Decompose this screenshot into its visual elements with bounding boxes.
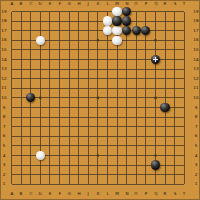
row-label-right-3: 3 — [194, 163, 197, 167]
col-label-top-g: G — [67, 2, 70, 6]
row-label-left-16: 16 — [1, 38, 6, 42]
row-label-right-13: 13 — [193, 67, 198, 71]
row-label-right-18: 18 — [193, 19, 198, 23]
col-label-top-c: C — [29, 2, 32, 6]
row-label-right-7: 7 — [194, 125, 197, 129]
col-label-bottom-k: K — [97, 192, 100, 196]
row-label-right-19: 19 — [193, 9, 198, 13]
row-label-right-8: 8 — [194, 115, 197, 119]
white-stone-l18 — [103, 16, 112, 25]
row-label-right-15: 15 — [193, 48, 198, 52]
col-label-bottom-c: C — [29, 192, 32, 196]
black-stone-o17 — [132, 26, 141, 35]
row-label-right-17: 17 — [193, 29, 198, 33]
col-label-top-q: Q — [154, 2, 157, 6]
col-label-top-a: A — [10, 2, 13, 6]
col-label-top-r: R — [164, 2, 167, 6]
col-label-top-k: K — [97, 2, 100, 6]
col-label-bottom-f: F — [58, 192, 60, 196]
col-label-bottom-h: H — [77, 192, 80, 196]
row-label-right-12: 12 — [193, 77, 198, 81]
row-label-left-8: 8 — [3, 115, 6, 119]
col-label-top-d: D — [39, 2, 42, 6]
row-label-left-13: 13 — [1, 67, 6, 71]
col-label-bottom-q: Q — [154, 192, 157, 196]
row-label-left-3: 3 — [3, 163, 6, 167]
col-label-top-e: E — [49, 2, 52, 6]
col-label-top-m: M — [115, 2, 119, 6]
white-stone-d16 — [36, 36, 45, 45]
row-label-left-18: 18 — [1, 19, 6, 23]
col-label-top-f: F — [58, 2, 60, 6]
go-board[interactable] — [7, 7, 189, 189]
col-label-top-n: N — [125, 2, 128, 6]
col-label-top-t: T — [183, 2, 186, 6]
col-label-top-h: H — [77, 2, 80, 6]
col-label-bottom-d: D — [39, 192, 42, 196]
row-label-left-12: 12 — [1, 77, 6, 81]
col-label-top-o: O — [135, 2, 138, 6]
col-label-top-l: L — [106, 2, 108, 6]
row-label-left-2: 2 — [3, 173, 6, 177]
col-label-bottom-r: R — [164, 192, 167, 196]
col-label-bottom-o: O — [135, 192, 138, 196]
row-label-right-14: 14 — [193, 57, 198, 61]
col-label-bottom-p: P — [145, 192, 148, 196]
black-stone-p17 — [141, 26, 150, 35]
row-label-left-17: 17 — [1, 29, 6, 33]
row-label-left-11: 11 — [1, 86, 6, 90]
row-label-right-16: 16 — [193, 38, 198, 42]
black-stone-n17 — [122, 26, 131, 35]
row-label-left-1: 1 — [3, 182, 6, 186]
col-label-bottom-m: M — [115, 192, 119, 196]
row-label-left-10: 10 — [1, 96, 6, 100]
row-label-right-4: 4 — [194, 153, 197, 157]
black-stone-c10 — [26, 93, 35, 102]
row-label-right-2: 2 — [194, 173, 197, 177]
white-stone-l17 — [103, 26, 112, 35]
col-label-bottom-l: L — [106, 192, 108, 196]
col-label-top-b: B — [20, 2, 23, 6]
row-label-right-10: 10 — [193, 96, 198, 100]
white-stone-d4 — [36, 151, 45, 160]
white-stone-m19 — [112, 7, 121, 16]
black-stone-n19 — [122, 7, 131, 16]
row-label-left-6: 6 — [3, 134, 6, 138]
row-label-left-4: 4 — [3, 153, 6, 157]
black-stone-q14-last-move — [151, 55, 160, 64]
row-label-right-5: 5 — [194, 144, 197, 148]
col-label-bottom-e: E — [49, 192, 52, 196]
col-label-bottom-b: B — [20, 192, 23, 196]
row-label-left-9: 9 — [3, 105, 6, 109]
black-stone-m18 — [112, 16, 121, 25]
row-label-left-19: 19 — [1, 9, 6, 13]
white-stone-m16 — [112, 36, 121, 45]
row-label-left-5: 5 — [3, 144, 6, 148]
row-label-left-7: 7 — [3, 125, 6, 129]
black-stone-r9 — [160, 103, 169, 112]
row-label-right-1: 1 — [194, 182, 197, 186]
col-label-bottom-s: S — [173, 192, 176, 196]
last-move-marker — [155, 57, 156, 62]
col-label-bottom-g: G — [67, 192, 70, 196]
black-stone-q3 — [151, 160, 160, 169]
col-label-bottom-a: A — [10, 192, 13, 196]
col-label-bottom-t: T — [183, 192, 186, 196]
black-stone-n18 — [122, 16, 131, 25]
col-label-top-s: S — [173, 2, 176, 6]
row-label-right-6: 6 — [194, 134, 197, 138]
row-label-right-9: 9 — [194, 105, 197, 109]
row-label-left-14: 14 — [1, 57, 6, 61]
go-app: { "game": "go", "board": { "size": 19, "… — [0, 0, 200, 200]
white-stone-m17 — [112, 26, 121, 35]
row-label-left-15: 15 — [1, 48, 6, 52]
row-label-right-11: 11 — [193, 86, 198, 90]
col-label-bottom-n: N — [125, 192, 128, 196]
col-label-top-p: P — [145, 2, 148, 6]
